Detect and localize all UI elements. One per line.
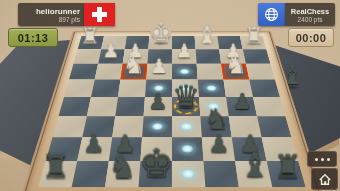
board-square-h5[interactable] (59, 97, 91, 116)
white-P-d2[interactable]: ♟ (172, 49, 197, 64)
piece-glyph: ♚ (149, 19, 172, 47)
black-N-f8[interactable]: ♞ (105, 161, 140, 187)
player-name-left: heliorunner (36, 7, 80, 16)
piece-glyph: ♞ (106, 151, 139, 183)
board-square-g3[interactable] (95, 64, 123, 80)
piece-glyph: ♟ (228, 91, 256, 113)
move-dot-c4[interactable] (206, 85, 217, 91)
ellipsis-icon (315, 158, 318, 161)
move-dot-d3[interactable] (179, 69, 189, 75)
piece-glyph: ♚ (139, 144, 172, 183)
board-square-f5[interactable] (115, 97, 145, 116)
clock-right: 00:00 (288, 28, 334, 47)
white-N-f3[interactable]: ♞ (120, 64, 147, 80)
board-square-c2[interactable] (196, 49, 222, 64)
chess-board[interactable]: ♜♚♝♜♟♟♟♟♞♞♟♛♟♟♞♟♟♟♟♜♞♚♝♜ (38, 36, 306, 187)
board-square-h3[interactable] (69, 64, 98, 80)
piece-glyph: ♜ (242, 24, 265, 47)
piece-glyph: ♞ (121, 52, 147, 77)
board-square-d6[interactable] (172, 116, 202, 137)
piece-glyph: ♜ (271, 151, 304, 183)
white-K-e1[interactable]: ♚ (148, 36, 172, 49)
move-dot-d7[interactable] (181, 145, 194, 153)
piece-glyph: ♛ (172, 82, 200, 113)
piece-glyph: ♝ (195, 23, 218, 47)
globe-icon (258, 3, 285, 26)
black-R-a8[interactable]: ♜ (267, 161, 306, 187)
piece-glyph: ♟ (172, 42, 196, 61)
board-square-a3[interactable] (246, 64, 275, 80)
piece-glyph: ♞ (223, 52, 249, 77)
player-plate-right: RealChess 2400 pts (285, 3, 335, 26)
player-points-right: 2400 pts (298, 16, 323, 23)
board-square-d7[interactable] (172, 137, 204, 161)
piece-glyph: ♜ (39, 151, 72, 183)
piece-glyph: ♟ (146, 57, 172, 77)
home-button[interactable] (311, 168, 338, 190)
home-icon (318, 173, 332, 186)
piece-glyph: ♝ (238, 148, 271, 182)
board-square-c3[interactable] (197, 64, 224, 80)
white-B-c1[interactable]: ♝ (195, 36, 220, 49)
move-dot-d8[interactable] (182, 169, 196, 178)
piece-glyph: ♟ (99, 42, 123, 61)
clock-left: 01:13 (8, 28, 58, 47)
black-P-e5[interactable]: ♟ (144, 97, 172, 116)
white-N-b3[interactable]: ♞ (221, 64, 249, 80)
black-R-h8[interactable]: ♜ (38, 161, 77, 187)
more-options-button[interactable] (307, 151, 337, 167)
white-P-e3[interactable]: ♟ (146, 64, 172, 80)
board-square-g8[interactable] (72, 161, 109, 187)
black-P-c7[interactable]: ♟ (202, 137, 235, 161)
black-K-e8[interactable]: ♚ (139, 161, 172, 187)
board-square-h2[interactable] (74, 49, 102, 64)
board-square-d3[interactable] (172, 64, 198, 80)
board-square-e6[interactable] (142, 116, 172, 137)
player-plate-left: heliorunner 897 pts (18, 3, 84, 26)
piece-glyph: ♟ (203, 133, 234, 157)
black-Q-d5[interactable]: ♛ (172, 97, 200, 116)
player-points-left: 897 pts (59, 16, 80, 23)
board-squares[interactable]: ♜♚♝♜♟♟♟♟♞♞♟♛♟♟♞♟♟♟♟♜♞♚♝♜ (38, 36, 306, 187)
board-square-d8[interactable] (172, 161, 205, 187)
piece-glyph: ♟ (144, 91, 172, 113)
player-name-right: RealChess (291, 7, 329, 16)
board-square-c8[interactable] (204, 161, 239, 187)
black-B-b8[interactable]: ♝ (235, 161, 272, 187)
game-screen: ♟ ♟♟♝ ♜♚♝♜♟♟♟♟♞♞♟♛♟♟♞♟♟♟♟♜♞♚♝♜ heliorunn… (0, 0, 340, 191)
board-square-g5[interactable] (87, 97, 118, 116)
swiss-flag-icon (84, 3, 115, 26)
move-dot-d6[interactable] (181, 123, 193, 131)
board-square-a5[interactable] (253, 97, 285, 116)
